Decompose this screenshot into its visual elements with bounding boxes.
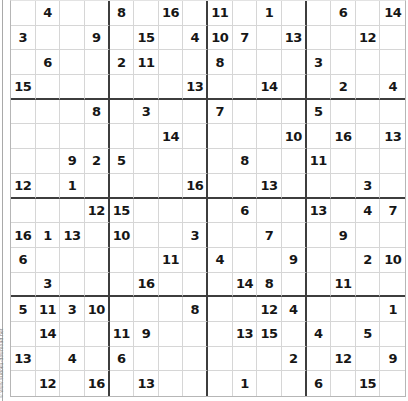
cell-r14c1[interactable]	[11, 322, 36, 347]
cell-r12c3[interactable]	[60, 273, 85, 298]
cell-r11c11[interactable]	[257, 248, 282, 273]
given-digit: 16	[137, 277, 154, 290]
cell-r6c7[interactable]: 14	[159, 124, 184, 149]
cell-r6c8[interactable]	[183, 124, 208, 149]
cell-r13c1[interactable]: 5	[11, 297, 36, 322]
cell-r3c11[interactable]	[257, 50, 282, 75]
cell-r9c5[interactable]: 15	[110, 199, 135, 224]
cell-r14c5[interactable]: 11	[110, 322, 135, 347]
cell-r8c13[interactable]	[307, 174, 332, 199]
cell-r6c10[interactable]	[233, 124, 258, 149]
cell-r2c13[interactable]	[307, 26, 332, 51]
given-digit: 12	[14, 179, 31, 192]
cell-r8c12[interactable]	[282, 174, 307, 199]
cell-r7c2[interactable]	[36, 149, 61, 174]
cell-r13c2[interactable]: 11	[36, 297, 61, 322]
cell-r4c9[interactable]	[208, 75, 233, 100]
given-digit: 9	[289, 253, 298, 266]
cell-r8c1[interactable]: 12	[11, 174, 36, 199]
cell-r1c10[interactable]	[233, 1, 258, 26]
given-digit: 1	[68, 179, 77, 192]
cell-r16c16[interactable]	[380, 371, 405, 396]
cell-r12c4[interactable]	[85, 273, 110, 298]
cell-r8c3[interactable]: 1	[60, 174, 85, 199]
cell-r9c2[interactable]	[36, 199, 61, 224]
cell-r2c5[interactable]	[110, 26, 135, 51]
cell-r13c10[interactable]	[233, 297, 258, 322]
given-digit: 11	[137, 56, 154, 69]
cell-r9c8[interactable]	[183, 199, 208, 224]
cell-r1c5[interactable]: 8	[110, 1, 135, 26]
cell-r5c14[interactable]	[331, 100, 356, 125]
cell-r14c8[interactable]	[183, 322, 208, 347]
cell-r2c16[interactable]	[380, 26, 405, 51]
cell-r11c5[interactable]	[110, 248, 135, 273]
given-digit: 4	[289, 303, 298, 316]
cell-r14c4[interactable]	[85, 322, 110, 347]
cell-r8c5[interactable]	[110, 174, 135, 199]
cell-r10c13[interactable]	[307, 223, 332, 248]
cell-r4c1[interactable]: 15	[11, 75, 36, 100]
cell-r4c3[interactable]	[60, 75, 85, 100]
cell-r6c15[interactable]	[356, 124, 381, 149]
cell-r11c16[interactable]: 10	[380, 248, 405, 273]
cell-r16c6[interactable]: 13	[134, 371, 159, 396]
given-digit: 4	[190, 31, 199, 44]
given-digit: 13	[236, 327, 253, 340]
cell-r7c6[interactable]	[134, 149, 159, 174]
cell-r14c14[interactable]	[331, 322, 356, 347]
cell-r15c16[interactable]: 9	[380, 347, 405, 372]
cell-r5c10[interactable]	[233, 100, 258, 125]
cell-r4c13[interactable]	[307, 75, 332, 100]
cell-r8c10[interactable]	[233, 174, 258, 199]
cell-r9c6[interactable]	[134, 199, 159, 224]
cell-r4c6[interactable]	[134, 75, 159, 100]
cell-r13c12[interactable]: 4	[282, 297, 307, 322]
cell-r13c9[interactable]	[208, 297, 233, 322]
cell-r7c8[interactable]	[183, 149, 208, 174]
cell-r11c15[interactable]: 2	[356, 248, 381, 273]
cell-r8c16[interactable]	[380, 174, 405, 199]
given-digit: 16	[88, 377, 105, 390]
given-digit: 10	[88, 303, 105, 316]
given-digit: 14	[384, 6, 401, 19]
cell-r2c11[interactable]	[257, 26, 282, 51]
cell-r1c11[interactable]: 1	[257, 1, 282, 26]
cell-r6c14[interactable]: 16	[331, 124, 356, 149]
cell-r12c7[interactable]	[159, 273, 184, 298]
cell-r11c3[interactable]	[60, 248, 85, 273]
cell-r4c14[interactable]: 2	[331, 75, 356, 100]
given-digit: 6	[314, 377, 323, 390]
cell-r16c4[interactable]: 16	[85, 371, 110, 396]
cell-r8c11[interactable]: 13	[257, 174, 282, 199]
cell-r16c9[interactable]	[208, 371, 233, 396]
cell-r10c15[interactable]	[356, 223, 381, 248]
cell-r10c12[interactable]	[282, 223, 307, 248]
cell-r15c5[interactable]: 6	[110, 347, 135, 372]
cell-r2c1[interactable]: 3	[11, 26, 36, 51]
cell-r11c12[interactable]: 9	[282, 248, 307, 273]
cell-r5c11[interactable]	[257, 100, 282, 125]
cell-r12c15[interactable]	[356, 273, 381, 298]
cell-r2c3[interactable]	[60, 26, 85, 51]
cell-r3c2[interactable]: 6	[36, 50, 61, 75]
cell-r16c13[interactable]: 6	[307, 371, 332, 396]
cell-r6c4[interactable]	[85, 124, 110, 149]
cell-r15c15[interactable]	[356, 347, 381, 372]
cell-r2c15[interactable]: 12	[356, 26, 381, 51]
cell-r9c1[interactable]	[11, 199, 36, 224]
cell-r5c9[interactable]: 7	[208, 100, 233, 125]
cell-r5c16[interactable]	[380, 100, 405, 125]
cell-r15c1[interactable]: 13	[11, 347, 36, 372]
cell-r2c12[interactable]: 13	[282, 26, 307, 51]
cell-r8c15[interactable]: 3	[356, 174, 381, 199]
cell-r2c4[interactable]: 9	[85, 26, 110, 51]
given-digit: 4	[363, 204, 372, 217]
cell-r11c7[interactable]: 11	[159, 248, 184, 273]
cell-r11c1[interactable]: 6	[11, 248, 36, 273]
given-digit: 8	[240, 154, 249, 167]
given-digit: 13	[14, 352, 31, 365]
cell-r3c7[interactable]	[159, 50, 184, 75]
cell-r5c4[interactable]: 8	[85, 100, 110, 125]
cell-r9c12[interactable]	[282, 199, 307, 224]
cell-r8c7[interactable]	[159, 174, 184, 199]
cell-r7c15[interactable]	[356, 149, 381, 174]
cell-r3c5[interactable]: 2	[110, 50, 135, 75]
cell-r15c13[interactable]	[307, 347, 332, 372]
cell-r15c3[interactable]: 4	[60, 347, 85, 372]
cell-r12c2[interactable]: 3	[36, 273, 61, 298]
cell-r10c10[interactable]	[233, 223, 258, 248]
cell-r8c14[interactable]	[331, 174, 356, 199]
given-digit: 11	[310, 154, 327, 167]
cell-r1c12[interactable]	[282, 1, 307, 26]
cell-r16c10[interactable]: 1	[233, 371, 258, 396]
cell-r10c5[interactable]: 10	[110, 223, 135, 248]
given-digit: 16	[162, 6, 179, 19]
given-digit: 11	[211, 6, 228, 19]
given-digit: 4	[68, 352, 77, 365]
cell-r3c10[interactable]	[233, 50, 258, 75]
cell-r9c7[interactable]	[159, 199, 184, 224]
cell-r1c2[interactable]: 4	[36, 1, 61, 26]
cell-r5c7[interactable]	[159, 100, 184, 125]
cell-r12c13[interactable]	[307, 273, 332, 298]
cell-r4c12[interactable]	[282, 75, 307, 100]
cell-r13c14[interactable]	[331, 297, 356, 322]
given-digit: 9	[142, 327, 151, 340]
cell-r4c10[interactable]	[233, 75, 258, 100]
cell-r13c5[interactable]	[110, 297, 135, 322]
given-digit: 2	[339, 80, 348, 93]
cell-r5c3[interactable]	[60, 100, 85, 125]
cell-r2c8[interactable]: 4	[183, 26, 208, 51]
cell-r16c2[interactable]: 12	[36, 371, 61, 396]
cell-r7c13[interactable]: 11	[307, 149, 332, 174]
cell-r13c8[interactable]: 8	[183, 297, 208, 322]
cell-r13c16[interactable]: 1	[380, 297, 405, 322]
cell-r6c13[interactable]	[307, 124, 332, 149]
cell-r12c10[interactable]: 14	[233, 273, 258, 298]
cell-r2c7[interactable]	[159, 26, 184, 51]
cell-r6c16[interactable]: 13	[380, 124, 405, 149]
cell-r1c4[interactable]	[85, 1, 110, 26]
given-digit: 5	[314, 105, 323, 118]
given-digit: 15	[261, 327, 278, 340]
cell-r14c11[interactable]: 15	[257, 322, 282, 347]
given-digit: 14	[39, 327, 56, 340]
cell-r7c14[interactable]	[331, 149, 356, 174]
cell-r9c14[interactable]	[331, 199, 356, 224]
cell-r7c16[interactable]	[380, 149, 405, 174]
cell-r6c9[interactable]	[208, 124, 233, 149]
cell-r10c11[interactable]: 7	[257, 223, 282, 248]
cell-r4c5[interactable]	[110, 75, 135, 100]
cell-r3c1[interactable]	[11, 50, 36, 75]
cell-r8c6[interactable]	[134, 174, 159, 199]
cell-r9c13[interactable]: 13	[307, 199, 332, 224]
given-digit: 11	[162, 253, 179, 266]
cell-r2c14[interactable]	[331, 26, 356, 51]
cell-r6c11[interactable]	[257, 124, 282, 149]
cell-r5c6[interactable]: 3	[134, 100, 159, 125]
cell-r5c8[interactable]	[183, 100, 208, 125]
cell-r5c13[interactable]: 5	[307, 100, 332, 125]
cell-r1c16[interactable]: 14	[380, 1, 405, 26]
cell-r4c16[interactable]: 4	[380, 75, 405, 100]
given-digit: 16	[186, 179, 203, 192]
cell-r3c14[interactable]	[331, 50, 356, 75]
cell-r6c6[interactable]	[134, 124, 159, 149]
given-digit: 9	[388, 352, 397, 365]
cell-r15c11[interactable]	[257, 347, 282, 372]
cell-r15c4[interactable]	[85, 347, 110, 372]
cell-r3c16[interactable]	[380, 50, 405, 75]
given-digit: 6	[117, 352, 126, 365]
cell-r2c10[interactable]: 7	[233, 26, 258, 51]
cell-r15c10[interactable]	[233, 347, 258, 372]
cell-r12c16[interactable]	[380, 273, 405, 298]
cell-r1c8[interactable]	[183, 1, 208, 26]
cell-r1c7[interactable]: 16	[159, 1, 184, 26]
cell-r14c12[interactable]	[282, 322, 307, 347]
cell-r15c2[interactable]	[36, 347, 61, 372]
cell-r1c1[interactable]	[11, 1, 36, 26]
cell-r14c9[interactable]	[208, 322, 233, 347]
cell-r11c10[interactable]	[233, 248, 258, 273]
cell-r4c4[interactable]	[85, 75, 110, 100]
given-digit: 13	[64, 229, 81, 242]
cell-r8c8[interactable]: 16	[183, 174, 208, 199]
cell-r1c6[interactable]	[134, 1, 159, 26]
cell-r6c12[interactable]: 10	[282, 124, 307, 149]
cell-r12c1[interactable]	[11, 273, 36, 298]
given-digit: 3	[43, 277, 52, 290]
cell-r13c7[interactable]	[159, 297, 184, 322]
cell-r8c2[interactable]	[36, 174, 61, 199]
cell-r6c3[interactable]	[60, 124, 85, 149]
cell-r10c14[interactable]: 9	[331, 223, 356, 248]
cell-r5c5[interactable]	[110, 100, 135, 125]
cell-r4c8[interactable]: 13	[183, 75, 208, 100]
cell-r13c13[interactable]	[307, 297, 332, 322]
cell-r7c3[interactable]: 9	[60, 149, 85, 174]
cell-r12c8[interactable]	[183, 273, 208, 298]
cell-r9c10[interactable]: 6	[233, 199, 258, 224]
cell-r5c1[interactable]	[11, 100, 36, 125]
cell-r1c3[interactable]	[60, 1, 85, 26]
cell-r16c8[interactable]	[183, 371, 208, 396]
cell-r1c9[interactable]: 11	[208, 1, 233, 26]
cell-r3c8[interactable]	[183, 50, 208, 75]
cell-r12c12[interactable]	[282, 273, 307, 298]
cell-r3c3[interactable]	[60, 50, 85, 75]
cell-r11c13[interactable]	[307, 248, 332, 273]
cell-r11c14[interactable]	[331, 248, 356, 273]
cell-r2c2[interactable]	[36, 26, 61, 51]
cell-r9c16[interactable]: 7	[380, 199, 405, 224]
cell-r3c12[interactable]	[282, 50, 307, 75]
cell-r14c15[interactable]: 5	[356, 322, 381, 347]
cell-r13c11[interactable]: 12	[257, 297, 282, 322]
cell-r8c4[interactable]	[85, 174, 110, 199]
cell-r14c2[interactable]: 14	[36, 322, 61, 347]
cell-r7c10[interactable]: 8	[233, 149, 258, 174]
cell-r10c7[interactable]	[159, 223, 184, 248]
cell-r16c1[interactable]	[11, 371, 36, 396]
given-digit: 10	[113, 229, 130, 242]
cell-r3c9[interactable]: 8	[208, 50, 233, 75]
cell-r16c14[interactable]	[331, 371, 356, 396]
cell-r7c5[interactable]: 5	[110, 149, 135, 174]
cell-r12c6[interactable]: 16	[134, 273, 159, 298]
cell-r15c14[interactable]: 12	[331, 347, 356, 372]
cell-r11c2[interactable]	[36, 248, 61, 273]
given-digit: 2	[92, 154, 101, 167]
cell-r5c12[interactable]	[282, 100, 307, 125]
cell-r11c4[interactable]	[85, 248, 110, 273]
given-digit: 15	[14, 80, 31, 93]
cell-r3c4[interactable]	[85, 50, 110, 75]
cell-r10c8[interactable]: 3	[183, 223, 208, 248]
cell-r10c4[interactable]	[85, 223, 110, 248]
cell-r6c5[interactable]	[110, 124, 135, 149]
given-digit: 9	[92, 31, 101, 44]
cell-r2c6[interactable]: 15	[134, 26, 159, 51]
cell-r14c6[interactable]: 9	[134, 322, 159, 347]
given-digit: 4	[388, 80, 397, 93]
cell-r3c13[interactable]: 3	[307, 50, 332, 75]
cell-r13c4[interactable]: 10	[85, 297, 110, 322]
cell-r7c11[interactable]	[257, 149, 282, 174]
cell-r1c14[interactable]: 6	[331, 1, 356, 26]
cell-r5c15[interactable]	[356, 100, 381, 125]
cell-r5c2[interactable]	[36, 100, 61, 125]
given-digit: 1	[388, 303, 397, 316]
cell-r7c1[interactable]	[11, 149, 36, 174]
cell-r11c6[interactable]	[134, 248, 159, 273]
cell-r14c16[interactable]	[380, 322, 405, 347]
cell-r16c12[interactable]	[282, 371, 307, 396]
given-digit: 12	[88, 204, 105, 217]
cell-r14c7[interactable]	[159, 322, 184, 347]
cell-r4c7[interactable]	[159, 75, 184, 100]
board: 4816111614391541071312621183151314248375…	[10, 0, 406, 397]
cell-r12c9[interactable]	[208, 273, 233, 298]
cell-r9c3[interactable]	[60, 199, 85, 224]
cell-r16c15[interactable]: 15	[356, 371, 381, 396]
cell-r16c5[interactable]	[110, 371, 135, 396]
given-digit: 8	[117, 6, 126, 19]
cell-r2c9[interactable]: 10	[208, 26, 233, 51]
cell-r6c2[interactable]	[36, 124, 61, 149]
cell-r9c11[interactable]	[257, 199, 282, 224]
cell-r3c6[interactable]: 11	[134, 50, 159, 75]
cell-r10c1[interactable]: 16	[11, 223, 36, 248]
cell-r7c4[interactable]: 2	[85, 149, 110, 174]
cell-r12c14[interactable]: 11	[331, 273, 356, 298]
cell-r16c7[interactable]	[159, 371, 184, 396]
cell-r9c9[interactable]	[208, 199, 233, 224]
cell-r4c15[interactable]	[356, 75, 381, 100]
cell-r10c6[interactable]	[134, 223, 159, 248]
given-digit: 13	[261, 179, 278, 192]
cell-r13c3[interactable]: 3	[60, 297, 85, 322]
given-digit: 16	[14, 229, 31, 242]
cell-r16c11[interactable]	[257, 371, 282, 396]
cell-r13c15[interactable]	[356, 297, 381, 322]
cell-r10c9[interactable]	[208, 223, 233, 248]
cell-r14c13[interactable]: 4	[307, 322, 332, 347]
cell-r8c9[interactable]	[208, 174, 233, 199]
cell-r13c6[interactable]	[134, 297, 159, 322]
given-digit: 1	[240, 377, 249, 390]
cell-r10c2[interactable]: 1	[36, 223, 61, 248]
cell-r12c11[interactable]: 8	[257, 273, 282, 298]
cell-r4c11[interactable]: 14	[257, 75, 282, 100]
cell-r15c6[interactable]	[134, 347, 159, 372]
cell-r9c4[interactable]: 12	[85, 199, 110, 224]
cell-r3c15[interactable]	[356, 50, 381, 75]
given-digit: 8	[92, 105, 101, 118]
cell-r1c15[interactable]	[356, 1, 381, 26]
cell-r14c10[interactable]: 13	[233, 322, 258, 347]
cell-r14c3[interactable]	[60, 322, 85, 347]
cell-r15c9[interactable]	[208, 347, 233, 372]
cell-r15c12[interactable]: 2	[282, 347, 307, 372]
cell-r15c8[interactable]	[183, 347, 208, 372]
cell-r12c5[interactable]	[110, 273, 135, 298]
given-digit: 6	[240, 204, 249, 217]
cell-r16c3[interactable]	[60, 371, 85, 396]
cell-r7c9[interactable]	[208, 149, 233, 174]
cell-r7c12[interactable]	[282, 149, 307, 174]
cell-r1c13[interactable]	[307, 1, 332, 26]
cell-r9c15[interactable]: 4	[356, 199, 381, 224]
cell-r6c1[interactable]	[11, 124, 36, 149]
cell-r11c8[interactable]	[183, 248, 208, 273]
cell-r11c9[interactable]: 4	[208, 248, 233, 273]
cell-r7c7[interactable]	[159, 149, 184, 174]
cell-r15c7[interactable]	[159, 347, 184, 372]
cell-r10c3[interactable]: 13	[60, 223, 85, 248]
cell-r10c16[interactable]	[380, 223, 405, 248]
cell-r4c2[interactable]	[36, 75, 61, 100]
